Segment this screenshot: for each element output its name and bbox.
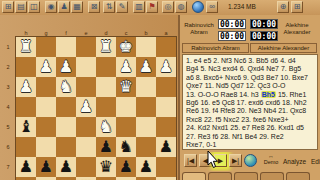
white-clock-main: 00:00	[218, 19, 246, 29]
black-clocks: 00:00 00:00	[248, 17, 280, 43]
file-label-b: b	[136, 30, 156, 37]
database-size-label: 1.234 MB	[228, 3, 256, 10]
square-c7[interactable]: ♟	[116, 157, 136, 177]
open-icon[interactable]: ▤	[15, 1, 27, 13]
move-line[interactable]: 24. Kd2 Nxd1 25. e7 Re8 26. Kxd1 d5	[186, 124, 314, 132]
move-line[interactable]: Re6 19. f4 Rfe8 20. Ne3 Nb4 21. Qxc8	[186, 107, 314, 115]
square-b4[interactable]	[136, 97, 156, 117]
square-h3[interactable]: ♟	[16, 77, 36, 97]
chess-app-window: 1.234 MB ⊞▤◫◉♟▦⊠⇅✎▥⚑◎◍∞⊕⊞ ♜♜♚♟♟♟♟♟♟♞♛♟♝♞…	[0, 0, 320, 180]
square-e8[interactable]: ♜	[76, 177, 96, 180]
file-label-h: h	[16, 30, 36, 37]
white-piece-P-f2[interactable]: ♟	[59, 57, 73, 76]
square-b1[interactable]	[136, 37, 156, 57]
file-label-d: d	[96, 30, 116, 37]
square-c1[interactable]: ♚	[116, 37, 136, 57]
bottom-tab-3[interactable]	[234, 172, 258, 180]
file-label-a: a	[156, 30, 176, 37]
black-piece-P-h7[interactable]: ♟	[19, 157, 33, 176]
white-clock-secondary: 00:00	[218, 31, 246, 41]
white-piece-P-e4[interactable]: ♟	[79, 97, 93, 116]
square-g6[interactable]	[36, 137, 56, 157]
clock-row: Rabinovich Abram 00:00 00:00 00:00 00:00…	[182, 17, 318, 43]
rank-label-2: 2	[2, 57, 14, 77]
square-e3[interactable]	[76, 77, 96, 97]
square-b2[interactable]: ♟	[136, 57, 156, 77]
square-f5[interactable]	[56, 117, 76, 137]
white-piece-P-a2[interactable]: ♟	[159, 57, 173, 76]
demo-globe-icon[interactable]	[244, 154, 257, 167]
square-f1[interactable]	[56, 37, 76, 57]
target-icon[interactable]: ◍	[175, 1, 187, 13]
list-icon[interactable]: ▥	[133, 1, 145, 13]
nav-first-button[interactable]: |◀	[184, 154, 197, 167]
black-piece-B-h5[interactable]: ♝	[19, 117, 33, 136]
grid-icon[interactable]: ⊞	[291, 1, 303, 13]
square-a2[interactable]: ♟	[156, 57, 176, 77]
square-d3[interactable]	[96, 77, 116, 97]
square-f6[interactable]	[56, 137, 76, 157]
black-piece-P-f7[interactable]: ♟	[59, 157, 73, 176]
white-piece-R-h1[interactable]: ♜	[19, 37, 33, 56]
move-line[interactable]: Rxc8 22. f5 Nxc2 23. fxe6 Nxe3+	[186, 116, 314, 124]
black-piece-P-a6[interactable]: ♟	[159, 137, 173, 156]
square-f8[interactable]: ♜	[56, 177, 76, 180]
edit-button[interactable]: Edit	[311, 158, 320, 165]
square-h1[interactable]: ♜	[16, 37, 36, 57]
square-h5[interactable]: ♝	[16, 117, 36, 137]
square-b3[interactable]	[136, 77, 156, 97]
square-h6[interactable]	[16, 137, 36, 157]
black-piece-P-b7[interactable]: ♟	[139, 157, 153, 176]
square-b5[interactable]	[136, 117, 156, 137]
black-piece-P-g7[interactable]: ♟	[39, 157, 53, 176]
square-h7[interactable]: ♟	[16, 157, 36, 177]
square-d1[interactable]: ♜	[96, 37, 116, 57]
black-player-name: Alekhine Alexander	[280, 17, 314, 43]
black-piece-K-g8[interactable]: ♚	[39, 177, 53, 180]
bottom-tab-2[interactable]	[208, 172, 232, 180]
flag-icon[interactable]: ⚑	[146, 1, 158, 13]
move-line[interactable]: Qxe7 11. Nd5 Qd7 12. Qc3 O-O	[186, 82, 314, 90]
mouse-cursor	[207, 151, 219, 169]
black-piece-Q-d7[interactable]: ♛	[99, 157, 113, 176]
white-piece-Q-c3[interactable]: ♛	[119, 77, 133, 96]
pieces-icon[interactable]: ♟	[58, 1, 70, 13]
move-line[interactable]: 13. O-O-O Rae8 14. h3 Bh5 15. Rhe1	[186, 91, 314, 99]
flip-board-icon[interactable]: ⇅	[103, 1, 115, 13]
chess-board: ♜♜♚♟♟♟♟♟♟♞♛♟♝♞♟♞♟♟♟♟♛♟♟♚♜♜	[16, 37, 176, 180]
file-label-c: c	[116, 30, 136, 37]
square-d2[interactable]	[96, 57, 116, 77]
move-line[interactable]: 27. Re3 f6 28. Nf1 Be4 29. Re2	[186, 133, 314, 141]
board-panel: ♜♜♚♟♟♟♟♟♟♞♛♟♝♞♟♞♟♟♟♟♛♟♟♚♜♜ hgfedcba12345…	[0, 15, 178, 180]
square-e4[interactable]: ♟	[76, 97, 96, 117]
annotate-icon[interactable]: ✎	[116, 1, 128, 13]
white-piece-P-h3[interactable]: ♟	[19, 77, 33, 96]
square-f4[interactable]	[56, 97, 76, 117]
square-a8[interactable]	[156, 177, 176, 180]
square-d5[interactable]: ♞	[96, 117, 116, 137]
rank-label-6: 6	[2, 137, 14, 157]
square-a4[interactable]	[156, 97, 176, 117]
white-piece-P-g2[interactable]: ♟	[39, 57, 53, 76]
save-icon[interactable]: ◫	[28, 1, 40, 13]
square-f7[interactable]: ♟	[56, 157, 76, 177]
square-g5[interactable]	[36, 117, 56, 137]
bottom-tab-5[interactable]	[286, 172, 310, 180]
move-list[interactable]: 1. e4 e5 2. Nf3 Nc6 3. Bb5 d6 4. d4Bg4 5…	[182, 54, 318, 150]
square-a6[interactable]: ♟	[156, 137, 176, 157]
move-line[interactable]: a6 8. Bxc6+ Nxc6 9. Qd3 Be7 10. Bxe7	[186, 74, 314, 82]
move-line[interactable]: 1. e4 e5 2. Nf3 Nc6 3. Bb5 d6 4. d4	[186, 57, 314, 65]
board-setup-icon[interactable]: ▦	[71, 1, 83, 13]
rank-label-7: 7	[2, 157, 14, 177]
square-d8[interactable]	[96, 177, 116, 180]
rank-label-4: 4	[2, 97, 14, 117]
square-g8[interactable]: ♚	[36, 177, 56, 180]
rank-label-5: 5	[2, 117, 14, 137]
new-game-icon[interactable]: ⊞	[2, 1, 14, 13]
white-piece-R-d1[interactable]: ♜	[99, 37, 113, 56]
square-c8[interactable]	[116, 177, 136, 180]
bottom-tab-1[interactable]	[182, 172, 206, 180]
game-info-panel: Rabinovich Abram 00:00 00:00 00:00 00:00…	[178, 15, 320, 180]
black-clock-main: 00:00	[250, 19, 278, 29]
file-label-g: g	[36, 30, 56, 37]
close-icon[interactable]: ⊠	[88, 1, 100, 13]
square-d6[interactable]: ♟	[96, 137, 116, 157]
add-icon[interactable]: ⊕	[277, 1, 289, 13]
navigation-controls: ↔ Demo Analyze Edit |◀◀▶▶|	[180, 152, 320, 171]
square-a7[interactable]	[156, 157, 176, 177]
bottom-tab-strip	[182, 172, 320, 180]
black-player-header[interactable]: Alekhine Alexander	[250, 43, 317, 53]
square-d7[interactable]: ♛	[96, 157, 116, 177]
infinite-analysis-icon[interactable]: ∞	[206, 1, 218, 13]
square-h4[interactable]	[16, 97, 36, 117]
file-label-e: e	[76, 30, 96, 37]
square-b8[interactable]	[136, 177, 156, 180]
square-b7[interactable]: ♟	[136, 157, 156, 177]
square-c3[interactable]: ♛	[116, 77, 136, 97]
black-clock-secondary: 00:00	[250, 31, 278, 41]
square-g3[interactable]	[36, 77, 56, 97]
black-piece-N-c6[interactable]: ♞	[119, 137, 133, 156]
square-c5[interactable]	[116, 117, 136, 137]
demo-button[interactable]: ↔ Demo	[260, 153, 282, 165]
white-player-header[interactable]: Rabinovich Abram	[182, 43, 249, 53]
square-a1[interactable]	[156, 37, 176, 57]
square-e1[interactable]	[76, 37, 96, 57]
white-piece-N-f3[interactable]: ♞	[59, 77, 73, 96]
square-f3[interactable]: ♞	[56, 77, 76, 97]
white-piece-P-c2[interactable]: ♟	[119, 57, 133, 76]
white-player-name: Rabinovich Abram	[182, 17, 216, 43]
move-line[interactable]: Rxe7, 0-1	[186, 141, 314, 149]
main-toolbar: 1.234 MB ⊞▤◫◉♟▦⊠⇅✎▥⚑◎◍∞⊕⊞	[0, 0, 320, 16]
move-line[interactable]: Bg4 5. Nc3 exd4 6. Qxd4 Ne7 7. Bg5	[186, 65, 314, 73]
analyze-button[interactable]: Analyze	[283, 158, 306, 165]
square-b6[interactable]	[136, 137, 156, 157]
square-c2[interactable]: ♟	[116, 57, 136, 77]
square-e5[interactable]	[76, 117, 96, 137]
square-c6[interactable]: ♞	[116, 137, 136, 157]
square-a5[interactable]	[156, 117, 176, 137]
black-piece-P-d6[interactable]: ♟	[99, 137, 113, 156]
square-h8[interactable]	[16, 177, 36, 180]
black-piece-P-c7[interactable]: ♟	[119, 157, 133, 176]
move-line[interactable]: Bg6 16. e5 Qc8 17. exd6 cxd6 18. Nh2	[186, 99, 314, 107]
square-h2[interactable]	[16, 57, 36, 77]
square-f2[interactable]: ♟	[56, 57, 76, 77]
black-piece-R-e8[interactable]: ♜	[79, 177, 93, 180]
rank-label-8: 8	[2, 177, 14, 180]
players-header-strip: Rabinovich Abram Alekhine Alexander	[182, 43, 318, 53]
square-c4[interactable]	[116, 97, 136, 117]
square-e2[interactable]	[76, 57, 96, 77]
square-g2[interactable]: ♟	[36, 57, 56, 77]
camera-icon[interactable]: ◉	[45, 1, 57, 13]
engine-icon[interactable]: ◎	[162, 1, 174, 13]
square-g4[interactable]	[36, 97, 56, 117]
square-d4[interactable]	[96, 97, 116, 117]
white-clocks: 00:00 00:00	[216, 17, 248, 43]
bottom-tab-4[interactable]	[260, 172, 284, 180]
file-label-f: f	[56, 30, 76, 37]
white-piece-N-d5[interactable]: ♞	[99, 117, 113, 136]
globe-icon[interactable]	[192, 1, 204, 13]
square-e7[interactable]	[76, 157, 96, 177]
black-piece-R-f8[interactable]: ♜	[59, 177, 73, 180]
nav-last-button[interactable]: ▶|	[229, 154, 242, 167]
square-g7[interactable]: ♟	[36, 157, 56, 177]
square-e6[interactable]	[76, 137, 96, 157]
rank-label-1: 1	[2, 37, 14, 57]
square-g1[interactable]	[36, 37, 56, 57]
white-piece-K-c1[interactable]: ♚	[119, 37, 133, 56]
rank-label-3: 3	[2, 77, 14, 97]
white-piece-P-b2[interactable]: ♟	[139, 57, 153, 76]
current-move[interactable]: Bh5	[261, 91, 276, 98]
square-a3[interactable]	[156, 77, 176, 97]
